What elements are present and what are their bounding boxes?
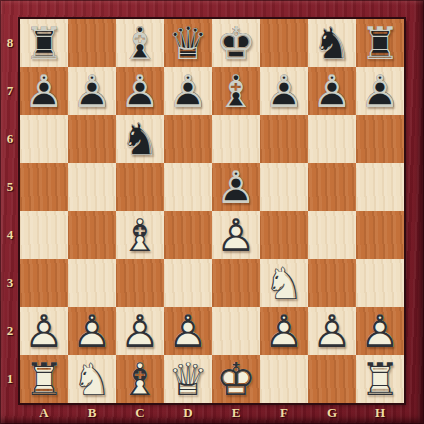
square-f4[interactable] <box>260 211 308 259</box>
square-e4[interactable]: ♟♙ <box>212 211 260 259</box>
square-c5[interactable] <box>116 163 164 211</box>
square-f8[interactable] <box>260 19 308 67</box>
square-b8[interactable] <box>68 19 116 67</box>
white-knight-glyph: ♞ <box>68 355 116 403</box>
square-h8[interactable]: ♜♖ <box>356 19 404 67</box>
piece-white-pawn[interactable]: ♟♙ <box>164 307 212 355</box>
square-e5[interactable]: ♟♙ <box>212 163 260 211</box>
piece-black-king[interactable]: ♚♔ <box>212 19 260 67</box>
square-h7[interactable]: ♟♙ <box>356 67 404 115</box>
square-h6[interactable] <box>356 115 404 163</box>
rank-label-2: 2 <box>0 307 20 355</box>
rank-label-3: 3 <box>0 259 20 307</box>
black-bishop-outline: ♗ <box>212 67 260 115</box>
piece-black-pawn[interactable]: ♟♙ <box>116 67 164 115</box>
piece-white-pawn[interactable]: ♟♙ <box>68 307 116 355</box>
white-knight-glyph: ♞ <box>260 259 308 307</box>
piece-white-bishop[interactable]: ♝♗ <box>116 211 164 259</box>
white-pawn-glyph: ♟ <box>308 307 356 355</box>
white-bishop-outline: ♗ <box>116 211 164 259</box>
piece-white-pawn[interactable]: ♟♙ <box>308 307 356 355</box>
square-c2[interactable]: ♟♙ <box>116 307 164 355</box>
white-pawn-outline: ♙ <box>212 211 260 259</box>
black-knight-outline: ♘ <box>308 19 356 67</box>
piece-black-pawn[interactable]: ♟♙ <box>356 67 404 115</box>
piece-white-pawn[interactable]: ♟♙ <box>356 307 404 355</box>
black-pawn-glyph: ♟ <box>68 67 116 115</box>
piece-white-knight[interactable]: ♞♘ <box>260 259 308 307</box>
square-g1[interactable] <box>308 355 356 403</box>
square-a6[interactable] <box>20 115 68 163</box>
square-g8[interactable]: ♞♘ <box>308 19 356 67</box>
white-pawn-outline: ♙ <box>20 307 68 355</box>
square-g2[interactable]: ♟♙ <box>308 307 356 355</box>
file-label-d: D <box>164 403 212 424</box>
square-a7[interactable]: ♟♙ <box>20 67 68 115</box>
piece-black-pawn[interactable]: ♟♙ <box>68 67 116 115</box>
rank-labels: 87654321 <box>0 19 20 403</box>
piece-white-queen[interactable]: ♛♕ <box>164 355 212 403</box>
square-f1[interactable] <box>260 355 308 403</box>
white-rook-glyph: ♜ <box>20 355 68 403</box>
square-c4[interactable]: ♝♗ <box>116 211 164 259</box>
square-d8[interactable]: ♛♕ <box>164 19 212 67</box>
square-e2[interactable] <box>212 307 260 355</box>
rank-label-8: 8 <box>0 19 20 67</box>
white-rook-outline: ♖ <box>356 355 404 403</box>
black-pawn-outline: ♙ <box>68 67 116 115</box>
file-labels: ABCDEFGH <box>20 403 404 424</box>
square-b6[interactable] <box>68 115 116 163</box>
file-label-c: C <box>116 403 164 424</box>
black-rook-outline: ♖ <box>356 19 404 67</box>
black-pawn-glyph: ♟ <box>20 67 68 115</box>
square-a4[interactable] <box>20 211 68 259</box>
square-e3[interactable] <box>212 259 260 307</box>
white-pawn-outline: ♙ <box>68 307 116 355</box>
piece-black-rook[interactable]: ♜♖ <box>20 19 68 67</box>
white-rook-glyph: ♜ <box>356 355 404 403</box>
square-d3[interactable] <box>164 259 212 307</box>
file-label-f: F <box>260 403 308 424</box>
square-a2[interactable]: ♟♙ <box>20 307 68 355</box>
square-d5[interactable] <box>164 163 212 211</box>
square-a1[interactable]: ♜♖ <box>20 355 68 403</box>
file-label-h: H <box>356 403 404 424</box>
square-f7[interactable]: ♟♙ <box>260 67 308 115</box>
rank-label-5: 5 <box>0 163 20 211</box>
square-a5[interactable] <box>20 163 68 211</box>
square-d2[interactable]: ♟♙ <box>164 307 212 355</box>
square-b4[interactable] <box>68 211 116 259</box>
square-c1[interactable]: ♝♗ <box>116 355 164 403</box>
square-h5[interactable] <box>356 163 404 211</box>
square-d6[interactable] <box>164 115 212 163</box>
white-pawn-glyph: ♟ <box>116 307 164 355</box>
black-rook-glyph: ♜ <box>356 19 404 67</box>
file-label-e: E <box>212 403 260 424</box>
square-h3[interactable] <box>356 259 404 307</box>
piece-black-queen[interactable]: ♛♕ <box>164 19 212 67</box>
square-f5[interactable] <box>260 163 308 211</box>
square-f2[interactable]: ♟♙ <box>260 307 308 355</box>
white-pawn-glyph: ♟ <box>260 307 308 355</box>
square-e8[interactable]: ♚♔ <box>212 19 260 67</box>
square-b3[interactable] <box>68 259 116 307</box>
black-knight-glyph: ♞ <box>308 19 356 67</box>
square-e7[interactable]: ♝♗ <box>212 67 260 115</box>
file-label-g: G <box>308 403 356 424</box>
square-a8[interactable]: ♜♖ <box>20 19 68 67</box>
square-h1[interactable]: ♜♖ <box>356 355 404 403</box>
black-pawn-glyph: ♟ <box>308 67 356 115</box>
white-knight-outline: ♘ <box>260 259 308 307</box>
square-b7[interactable]: ♟♙ <box>68 67 116 115</box>
square-b5[interactable] <box>68 163 116 211</box>
piece-white-rook[interactable]: ♜♖ <box>20 355 68 403</box>
white-bishop-glyph: ♝ <box>116 355 164 403</box>
white-pawn-glyph: ♟ <box>68 307 116 355</box>
black-bishop-outline: ♗ <box>116 19 164 67</box>
piece-black-pawn[interactable]: ♟♙ <box>164 67 212 115</box>
square-g7[interactable]: ♟♙ <box>308 67 356 115</box>
piece-white-pawn[interactable]: ♟♙ <box>20 307 68 355</box>
square-g3[interactable] <box>308 259 356 307</box>
piece-black-pawn[interactable]: ♟♙ <box>308 67 356 115</box>
white-rook-outline: ♖ <box>20 355 68 403</box>
white-pawn-outline: ♙ <box>164 307 212 355</box>
square-c8[interactable]: ♝♗ <box>116 19 164 67</box>
black-bishop-glyph: ♝ <box>116 19 164 67</box>
white-bishop-glyph: ♝ <box>116 211 164 259</box>
black-pawn-glyph: ♟ <box>356 67 404 115</box>
square-g6[interactable] <box>308 115 356 163</box>
black-queen-glyph: ♛ <box>164 19 212 67</box>
white-pawn-glyph: ♟ <box>356 307 404 355</box>
black-pawn-glyph: ♟ <box>116 67 164 115</box>
black-pawn-glyph: ♟ <box>260 67 308 115</box>
file-label-b: B <box>68 403 116 424</box>
square-b1[interactable]: ♞♘ <box>68 355 116 403</box>
rank-label-1: 1 <box>0 355 20 403</box>
square-c6[interactable]: ♞♘ <box>116 115 164 163</box>
piece-black-knight[interactable]: ♞♘ <box>116 115 164 163</box>
black-knight-glyph: ♞ <box>116 115 164 163</box>
black-pawn-outline: ♙ <box>260 67 308 115</box>
black-bishop-glyph: ♝ <box>212 67 260 115</box>
piece-black-pawn[interactable]: ♟♙ <box>212 163 260 211</box>
square-d4[interactable] <box>164 211 212 259</box>
black-knight-outline: ♘ <box>116 115 164 163</box>
black-pawn-outline: ♙ <box>164 67 212 115</box>
white-pawn-glyph: ♟ <box>212 211 260 259</box>
square-f3[interactable]: ♞♘ <box>260 259 308 307</box>
piece-white-pawn[interactable]: ♟♙ <box>212 211 260 259</box>
square-e6[interactable] <box>212 115 260 163</box>
white-bishop-outline: ♗ <box>116 355 164 403</box>
square-h2[interactable]: ♟♙ <box>356 307 404 355</box>
rank-label-4: 4 <box>0 211 20 259</box>
white-pawn-outline: ♙ <box>356 307 404 355</box>
black-queen-outline: ♕ <box>164 19 212 67</box>
black-king-glyph: ♚ <box>212 19 260 67</box>
piece-black-pawn[interactable]: ♟♙ <box>260 67 308 115</box>
square-b2[interactable]: ♟♙ <box>68 307 116 355</box>
black-pawn-outline: ♙ <box>308 67 356 115</box>
black-pawn-glyph: ♟ <box>164 67 212 115</box>
chessboard-frame: ♜♖♝♗♛♕♚♔♞♘♜♖♟♙♟♙♟♙♟♙♝♗♟♙♟♙♟♙♞♘♟♙♝♗♟♙♞♘♟♙… <box>0 0 424 424</box>
rank-label-6: 6 <box>0 115 20 163</box>
piece-black-pawn[interactable]: ♟♙ <box>20 67 68 115</box>
white-knight-outline: ♘ <box>68 355 116 403</box>
piece-black-knight[interactable]: ♞♘ <box>308 19 356 67</box>
white-pawn-outline: ♙ <box>260 307 308 355</box>
white-queen-outline: ♕ <box>164 355 212 403</box>
piece-white-pawn[interactable]: ♟♙ <box>116 307 164 355</box>
black-pawn-outline: ♙ <box>116 67 164 115</box>
piece-white-bishop[interactable]: ♝♗ <box>116 355 164 403</box>
white-king-glyph: ♚ <box>212 355 260 403</box>
white-pawn-outline: ♙ <box>308 307 356 355</box>
chess-board: ♜♖♝♗♛♕♚♔♞♘♜♖♟♙♟♙♟♙♟♙♝♗♟♙♟♙♟♙♞♘♟♙♝♗♟♙♞♘♟♙… <box>20 19 404 403</box>
square-e1[interactable]: ♚♔ <box>212 355 260 403</box>
white-pawn-glyph: ♟ <box>164 307 212 355</box>
piece-black-bishop[interactable]: ♝♗ <box>212 67 260 115</box>
piece-white-knight[interactable]: ♞♘ <box>68 355 116 403</box>
piece-black-rook[interactable]: ♜♖ <box>356 19 404 67</box>
white-queen-glyph: ♛ <box>164 355 212 403</box>
piece-white-king[interactable]: ♚♔ <box>212 355 260 403</box>
square-g4[interactable] <box>308 211 356 259</box>
black-rook-glyph: ♜ <box>20 19 68 67</box>
piece-black-bishop[interactable]: ♝♗ <box>116 19 164 67</box>
square-g5[interactable] <box>308 163 356 211</box>
piece-white-rook[interactable]: ♜♖ <box>356 355 404 403</box>
black-rook-outline: ♖ <box>20 19 68 67</box>
rank-label-7: 7 <box>0 67 20 115</box>
white-pawn-outline: ♙ <box>116 307 164 355</box>
square-f6[interactable] <box>260 115 308 163</box>
square-c3[interactable] <box>116 259 164 307</box>
square-c7[interactable]: ♟♙ <box>116 67 164 115</box>
black-pawn-outline: ♙ <box>356 67 404 115</box>
black-king-outline: ♔ <box>212 19 260 67</box>
square-h4[interactable] <box>356 211 404 259</box>
file-label-a: A <box>20 403 68 424</box>
square-a3[interactable] <box>20 259 68 307</box>
piece-white-pawn[interactable]: ♟♙ <box>260 307 308 355</box>
black-pawn-glyph: ♟ <box>212 163 260 211</box>
black-pawn-outline: ♙ <box>212 163 260 211</box>
square-d1[interactable]: ♛♕ <box>164 355 212 403</box>
black-pawn-outline: ♙ <box>20 67 68 115</box>
white-king-outline: ♔ <box>212 355 260 403</box>
square-d7[interactable]: ♟♙ <box>164 67 212 115</box>
white-pawn-glyph: ♟ <box>20 307 68 355</box>
